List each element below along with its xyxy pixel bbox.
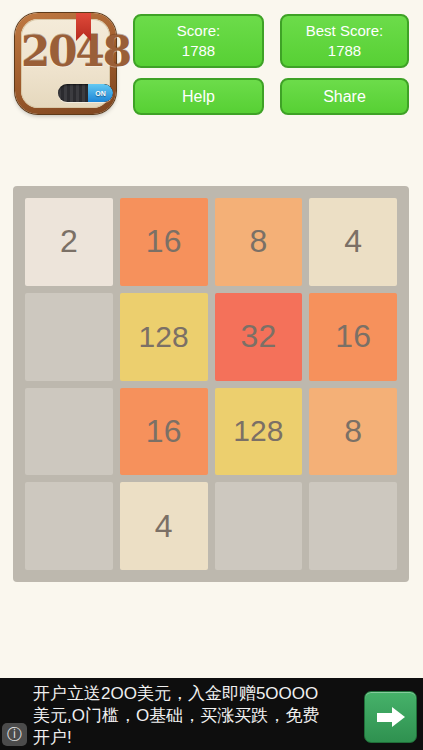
app-icon-title: 2048 xyxy=(21,27,110,76)
help-button-label: Help xyxy=(182,87,215,107)
tile-16: 16 xyxy=(120,198,208,286)
toggle-on-label: ON xyxy=(88,84,113,102)
tile-16: 16 xyxy=(120,388,208,476)
share-button[interactable]: Share xyxy=(280,78,409,115)
help-button[interactable]: Help xyxy=(133,78,264,115)
tile-8: 8 xyxy=(215,198,303,286)
game-board[interactable]: 2168412832161612884 xyxy=(13,186,409,582)
tile-4: 4 xyxy=(309,198,397,286)
ad-text-line-2: 美元,O门槛，O基础，买涨买跌，免费 xyxy=(33,705,358,727)
best-score-value: 1788 xyxy=(328,41,361,61)
best-score-label: Best Score: xyxy=(306,21,384,41)
tile-4: 4 xyxy=(120,482,208,570)
ad-text-line-1: 开户立送2OO美元，入金即赠5OOOO xyxy=(33,683,358,705)
ad-arrow-button[interactable] xyxy=(364,691,417,743)
ad-banner[interactable]: 开户立送2OO美元，入金即赠5OOOO 美元,O门槛，O基础，买涨买跌，免费 开… xyxy=(0,678,423,750)
score-label: Score: xyxy=(177,21,220,41)
toggle-switch: ON xyxy=(58,84,113,102)
share-button-label: Share xyxy=(323,87,366,107)
score-value: 1788 xyxy=(182,41,215,61)
empty-cell xyxy=(215,482,303,570)
ad-info-icon[interactable]: ⓘ xyxy=(2,723,27,746)
tile-128: 128 xyxy=(215,388,303,476)
tile-8: 8 xyxy=(309,388,397,476)
arrow-right-icon xyxy=(377,707,405,727)
empty-cell xyxy=(25,293,113,381)
tile-16: 16 xyxy=(309,293,397,381)
tile-32: 32 xyxy=(215,293,303,381)
empty-cell xyxy=(309,482,397,570)
tile-2: 2 xyxy=(25,198,113,286)
app-icon-2048: 2048 ON xyxy=(15,13,116,114)
tile-128: 128 xyxy=(120,293,208,381)
ad-text: 开户立送2OO美元，入金即赠5OOOO 美元,O门槛，O基础，买涨买跌，免费 开… xyxy=(33,683,358,749)
ad-text-line-3: 开户! xyxy=(33,727,358,749)
empty-cell xyxy=(25,388,113,476)
score-display: Score: 1788 xyxy=(133,14,264,68)
best-score-display: Best Score: 1788 xyxy=(280,14,409,68)
empty-cell xyxy=(25,482,113,570)
